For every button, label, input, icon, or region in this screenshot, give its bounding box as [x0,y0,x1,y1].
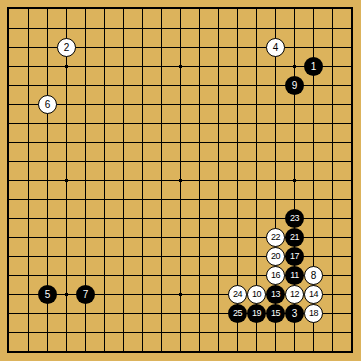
stone-white-move-20-P6: 20 [266,247,285,266]
stone-black-move-25-N3: 25 [228,304,247,323]
stone-number: 17 [290,252,299,261]
stone-black-move-11-Q5: 11 [285,266,304,285]
stone-black-move-19-O3: 19 [247,304,266,323]
stone-white-move-10-O4: 10 [247,285,266,304]
stone-number: 3 [292,309,298,319]
stone-number: 6 [45,100,51,110]
stone-number: 7 [83,290,89,300]
stone-black-move-1-R16: 1 [304,57,323,76]
stone-number: 24 [233,290,242,299]
stone-number: 20 [271,252,280,261]
stone-black-move-23-Q8: 23 [285,209,304,228]
stone-number: 25 [233,309,242,318]
stone-number: 2 [64,43,70,53]
stone-black-move-3-Q3: 3 [285,304,304,323]
stone-number: 12 [290,290,299,299]
stone-white-move-4-P17: 4 [266,38,285,57]
stones-layer: 1234567891011121314151617181920212223242… [0,0,361,361]
stone-number: 22 [271,233,280,242]
stone-number: 9 [292,81,298,91]
stone-white-move-14-R4: 14 [304,285,323,304]
stone-black-move-15-P3: 15 [266,304,285,323]
stone-white-move-6-C14: 6 [38,95,57,114]
stone-black-move-21-Q7: 21 [285,228,304,247]
stone-number: 10 [252,290,261,299]
stone-number: 23 [290,214,299,223]
stone-white-move-18-R3: 18 [304,304,323,323]
stone-number: 8 [311,271,317,281]
stone-white-move-22-P7: 22 [266,228,285,247]
stone-number: 13 [271,290,280,299]
stone-black-move-17-Q6: 17 [285,247,304,266]
stone-number: 5 [45,290,51,300]
stone-white-move-16-P5: 16 [266,266,285,285]
stone-black-move-5-C4: 5 [38,285,57,304]
go-board: 1234567891011121314151617181920212223242… [0,0,361,361]
stone-white-move-12-Q4: 12 [285,285,304,304]
stone-white-move-24-N4: 24 [228,285,247,304]
stone-number: 1 [311,62,317,72]
stone-number: 4 [273,43,279,53]
stone-number: 16 [271,271,280,280]
stone-number: 11 [290,271,298,280]
stone-number: 15 [271,309,280,318]
stone-number: 21 [290,233,299,242]
stone-number: 14 [309,290,318,299]
stone-number: 18 [309,309,318,318]
stone-white-move-8-R5: 8 [304,266,323,285]
stone-black-move-9-Q15: 9 [285,76,304,95]
stone-black-move-13-P4: 13 [266,285,285,304]
stone-number: 19 [252,309,261,318]
stone-black-move-7-E4: 7 [76,285,95,304]
stone-white-move-2-D17: 2 [57,38,76,57]
